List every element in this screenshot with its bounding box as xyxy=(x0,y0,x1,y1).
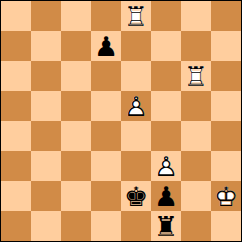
square-d1[interactable] xyxy=(91,211,121,241)
black-king-glyph: ♚ xyxy=(121,181,151,211)
square-f2[interactable]: ♟ xyxy=(151,181,181,211)
square-f3[interactable]: ♟♙ xyxy=(151,151,181,181)
square-h7[interactable] xyxy=(211,31,241,61)
white-king-outline: ♔ xyxy=(211,181,241,211)
square-e6[interactable] xyxy=(121,61,151,91)
square-g4[interactable] xyxy=(181,121,211,151)
black-rook-icon[interactable]: ♜ xyxy=(151,211,181,241)
square-c6[interactable] xyxy=(61,61,91,91)
square-b6[interactable] xyxy=(31,61,61,91)
square-e8[interactable]: ♜♖ xyxy=(121,1,151,31)
square-h8[interactable] xyxy=(211,1,241,31)
square-h4[interactable] xyxy=(211,121,241,151)
square-a4[interactable] xyxy=(1,121,31,151)
square-g1[interactable] xyxy=(181,211,211,241)
white-pawn-outline: ♙ xyxy=(121,91,151,121)
square-g7[interactable] xyxy=(181,31,211,61)
white-rook-icon[interactable]: ♜♖ xyxy=(121,1,151,31)
square-d3[interactable] xyxy=(91,151,121,181)
black-pawn-icon[interactable]: ♟ xyxy=(91,31,121,61)
square-f5[interactable] xyxy=(151,91,181,121)
square-f4[interactable] xyxy=(151,121,181,151)
square-e2[interactable]: ♚ xyxy=(121,181,151,211)
square-a5[interactable] xyxy=(1,91,31,121)
square-h6[interactable] xyxy=(211,61,241,91)
square-f1[interactable]: ♜ xyxy=(151,211,181,241)
square-b8[interactable] xyxy=(31,1,61,31)
square-c1[interactable] xyxy=(61,211,91,241)
square-h3[interactable] xyxy=(211,151,241,181)
white-pawn-icon[interactable]: ♟♙ xyxy=(121,91,151,121)
square-e7[interactable] xyxy=(121,31,151,61)
square-h5[interactable] xyxy=(211,91,241,121)
square-b7[interactable] xyxy=(31,31,61,61)
square-a8[interactable] xyxy=(1,1,31,31)
square-a2[interactable] xyxy=(1,181,31,211)
square-c3[interactable] xyxy=(61,151,91,181)
square-c7[interactable] xyxy=(61,31,91,61)
square-e1[interactable] xyxy=(121,211,151,241)
white-king-icon[interactable]: ♚♔ xyxy=(211,181,241,211)
square-b5[interactable] xyxy=(31,91,61,121)
square-c2[interactable] xyxy=(61,181,91,211)
white-pawn-outline: ♙ xyxy=(151,151,181,181)
square-f8[interactable] xyxy=(151,1,181,31)
chess-board-container: ♜♖♟♜♖♟♙♟♙♚♟♚♔♜ xyxy=(0,0,242,242)
square-e3[interactable] xyxy=(121,151,151,181)
square-e4[interactable] xyxy=(121,121,151,151)
square-b3[interactable] xyxy=(31,151,61,181)
square-a7[interactable] xyxy=(1,31,31,61)
square-b2[interactable] xyxy=(31,181,61,211)
black-king-icon[interactable]: ♚ xyxy=(121,181,151,211)
square-f7[interactable] xyxy=(151,31,181,61)
black-pawn-glyph: ♟ xyxy=(151,181,181,211)
square-g5[interactable] xyxy=(181,91,211,121)
square-a6[interactable] xyxy=(1,61,31,91)
square-d8[interactable] xyxy=(91,1,121,31)
black-pawn-glyph: ♟ xyxy=(91,31,121,61)
square-h1[interactable] xyxy=(211,211,241,241)
square-g3[interactable] xyxy=(181,151,211,181)
white-rook-outline: ♖ xyxy=(181,61,211,91)
square-b1[interactable] xyxy=(31,211,61,241)
black-pawn-icon[interactable]: ♟ xyxy=(151,181,181,211)
white-pawn-icon[interactable]: ♟♙ xyxy=(151,151,181,181)
square-g6[interactable]: ♜♖ xyxy=(181,61,211,91)
square-h2[interactable]: ♚♔ xyxy=(211,181,241,211)
white-rook-outline: ♖ xyxy=(121,1,151,31)
black-rook-glyph: ♜ xyxy=(151,211,181,241)
square-g2[interactable] xyxy=(181,181,211,211)
square-d2[interactable] xyxy=(91,181,121,211)
square-g8[interactable] xyxy=(181,1,211,31)
square-a1[interactable] xyxy=(1,211,31,241)
square-c8[interactable] xyxy=(61,1,91,31)
square-c5[interactable] xyxy=(61,91,91,121)
square-f6[interactable] xyxy=(151,61,181,91)
square-b4[interactable] xyxy=(31,121,61,151)
square-e5[interactable]: ♟♙ xyxy=(121,91,151,121)
square-d7[interactable]: ♟ xyxy=(91,31,121,61)
square-d6[interactable] xyxy=(91,61,121,91)
square-a3[interactable] xyxy=(1,151,31,181)
white-rook-icon[interactable]: ♜♖ xyxy=(181,61,211,91)
square-c4[interactable] xyxy=(61,121,91,151)
square-d5[interactable] xyxy=(91,91,121,121)
square-d4[interactable] xyxy=(91,121,121,151)
chess-board: ♜♖♟♜♖♟♙♟♙♚♟♚♔♜ xyxy=(0,0,242,242)
